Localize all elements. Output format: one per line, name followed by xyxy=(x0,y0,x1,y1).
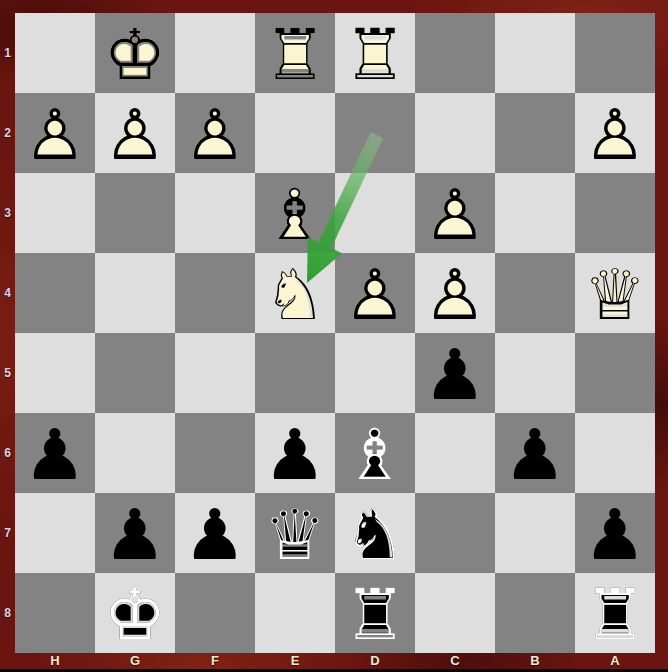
pawn-glyph-fill: ♟ xyxy=(95,93,175,173)
pawn-glyph-fill: ♟ xyxy=(15,93,95,173)
pawn-glyph-fill: ♟ xyxy=(575,493,655,573)
square-g1[interactable]: ♚♔ xyxy=(95,13,175,93)
piece-white-king[interactable]: ♚♔ xyxy=(95,13,175,93)
pawn-glyph-fill: ♟ xyxy=(415,173,495,253)
piece-white-pawn[interactable]: ♟♙ xyxy=(335,253,415,333)
pawn-glyph-outline: ♙ xyxy=(175,493,255,573)
square-f1[interactable] xyxy=(175,13,255,93)
rank-label-4: 4 xyxy=(0,286,15,300)
file-label-g: G xyxy=(95,653,175,669)
square-a5[interactable] xyxy=(575,333,655,413)
pawn-glyph-outline: ♙ xyxy=(415,253,495,333)
square-e4[interactable]: ♞♘ xyxy=(255,253,335,333)
piece-black-king[interactable]: ♚♔ xyxy=(95,573,175,653)
king-glyph-fill: ♚ xyxy=(95,13,175,93)
square-d7[interactable]: ♞♘ xyxy=(335,493,415,573)
rook-glyph-fill: ♜ xyxy=(335,573,415,653)
piece-white-pawn[interactable]: ♟♙ xyxy=(15,93,95,173)
rank-label-6: 6 xyxy=(0,446,15,460)
pawn-glyph-fill: ♟ xyxy=(175,493,255,573)
pawn-glyph-fill: ♟ xyxy=(415,253,495,333)
square-b6[interactable]: ♟♙ xyxy=(495,413,575,493)
knight-glyph-outline: ♘ xyxy=(335,493,415,573)
square-b1[interactable] xyxy=(495,13,575,93)
piece-white-bishop[interactable]: ♝♗ xyxy=(255,173,335,253)
square-h3[interactable] xyxy=(15,173,95,253)
bishop-glyph-outline: ♗ xyxy=(335,413,415,493)
square-c1[interactable] xyxy=(415,13,495,93)
rank-label-5: 5 xyxy=(0,366,15,380)
square-g7[interactable]: ♟♙ xyxy=(95,493,175,573)
pawn-glyph-outline: ♙ xyxy=(415,173,495,253)
queen-glyph-outline: ♕ xyxy=(255,493,335,573)
bishop-glyph-outline: ♗ xyxy=(255,173,335,253)
square-f6[interactable] xyxy=(175,413,255,493)
rank-label-1: 1 xyxy=(0,46,15,60)
pawn-glyph-fill: ♟ xyxy=(255,413,335,493)
pawn-glyph-outline: ♙ xyxy=(415,333,495,413)
piece-black-pawn[interactable]: ♟♙ xyxy=(15,413,95,493)
file-label-d: D xyxy=(335,653,415,669)
square-h4[interactable] xyxy=(15,253,95,333)
bishop-glyph-fill: ♝ xyxy=(335,413,415,493)
piece-black-pawn[interactable]: ♟♙ xyxy=(95,493,175,573)
pawn-glyph-outline: ♙ xyxy=(575,493,655,573)
piece-black-rook[interactable]: ♜♖ xyxy=(335,573,415,653)
chess-board[interactable]: ♚♔♜♖♜♖♟♙♟♙♟♙♟♙♝♗♟♙♞♘♟♙♟♙♛♕♟♙♟♙♟♙♝♗♟♙♟♙♟♙… xyxy=(15,13,655,653)
file-label-a: A xyxy=(575,653,655,669)
square-d5[interactable] xyxy=(335,333,415,413)
piece-black-bishop[interactable]: ♝♗ xyxy=(335,413,415,493)
piece-white-pawn[interactable]: ♟♙ xyxy=(95,93,175,173)
piece-white-pawn[interactable]: ♟♙ xyxy=(415,173,495,253)
piece-white-pawn[interactable]: ♟♙ xyxy=(175,93,255,173)
square-a7[interactable]: ♟♙ xyxy=(575,493,655,573)
king-glyph-outline: ♔ xyxy=(95,13,175,93)
rook-glyph-outline: ♖ xyxy=(335,573,415,653)
file-label-h: H xyxy=(15,653,95,669)
pawn-glyph-outline: ♙ xyxy=(95,493,175,573)
square-g4[interactable] xyxy=(95,253,175,333)
square-a1[interactable] xyxy=(575,13,655,93)
pawn-glyph-fill: ♟ xyxy=(495,413,575,493)
rank-label-7: 7 xyxy=(0,526,15,540)
square-b2[interactable] xyxy=(495,93,575,173)
piece-white-pawn[interactable]: ♟♙ xyxy=(575,93,655,173)
square-g6[interactable] xyxy=(95,413,175,493)
square-g3[interactable] xyxy=(95,173,175,253)
pawn-glyph-outline: ♙ xyxy=(95,93,175,173)
pawn-glyph-fill: ♟ xyxy=(335,253,415,333)
pawn-glyph-outline: ♙ xyxy=(335,253,415,333)
pawn-glyph-outline: ♙ xyxy=(175,93,255,173)
file-label-e: E xyxy=(255,653,335,669)
square-c4[interactable]: ♟♙ xyxy=(415,253,495,333)
square-e3[interactable]: ♝♗ xyxy=(255,173,335,253)
queen-glyph-fill: ♛ xyxy=(575,253,655,333)
square-f7[interactable]: ♟♙ xyxy=(175,493,255,573)
square-a3[interactable] xyxy=(575,173,655,253)
square-h2[interactable]: ♟♙ xyxy=(15,93,95,173)
piece-black-rook[interactable]: ♜♖ xyxy=(575,573,655,653)
square-c8[interactable] xyxy=(415,573,495,653)
square-a4[interactable]: ♛♕ xyxy=(575,253,655,333)
piece-black-pawn[interactable]: ♟♙ xyxy=(495,413,575,493)
knight-glyph-outline: ♘ xyxy=(255,253,335,333)
square-h8[interactable] xyxy=(15,573,95,653)
rank-label-3: 3 xyxy=(0,206,15,220)
square-g2[interactable]: ♟♙ xyxy=(95,93,175,173)
queen-glyph-outline: ♕ xyxy=(575,253,655,333)
square-a8[interactable]: ♜♖ xyxy=(575,573,655,653)
rook-glyph-outline: ♖ xyxy=(575,573,655,653)
piece-white-pawn[interactable]: ♟♙ xyxy=(415,253,495,333)
bishop-glyph-fill: ♝ xyxy=(255,173,335,253)
king-glyph-outline: ♔ xyxy=(95,573,175,653)
square-d4[interactable]: ♟♙ xyxy=(335,253,415,333)
square-d2[interactable] xyxy=(335,93,415,173)
square-d6[interactable]: ♝♗ xyxy=(335,413,415,493)
piece-white-queen[interactable]: ♛♕ xyxy=(575,253,655,333)
square-c5[interactable]: ♟♙ xyxy=(415,333,495,413)
square-d8[interactable]: ♜♖ xyxy=(335,573,415,653)
file-label-b: B xyxy=(495,653,575,669)
piece-white-knight[interactable]: ♞♘ xyxy=(255,253,335,333)
pawn-glyph-fill: ♟ xyxy=(175,93,255,173)
square-a6[interactable] xyxy=(575,413,655,493)
square-c7[interactable] xyxy=(415,493,495,573)
square-b3[interactable] xyxy=(495,173,575,253)
square-h5[interactable] xyxy=(15,333,95,413)
square-f4[interactable] xyxy=(175,253,255,333)
square-h7[interactable] xyxy=(15,493,95,573)
piece-white-rook[interactable]: ♜♖ xyxy=(255,13,335,93)
square-d3[interactable] xyxy=(335,173,415,253)
file-label-f: F xyxy=(175,653,255,669)
square-f8[interactable] xyxy=(175,573,255,653)
pawn-glyph-fill: ♟ xyxy=(415,333,495,413)
pawn-glyph-outline: ♙ xyxy=(255,413,335,493)
file-label-c: C xyxy=(415,653,495,669)
knight-glyph-fill: ♞ xyxy=(335,493,415,573)
square-e8[interactable] xyxy=(255,573,335,653)
rook-glyph-outline: ♖ xyxy=(255,13,335,93)
knight-glyph-fill: ♞ xyxy=(255,253,335,333)
king-glyph-fill: ♚ xyxy=(95,573,175,653)
square-f3[interactable] xyxy=(175,173,255,253)
square-f2[interactable]: ♟♙ xyxy=(175,93,255,173)
piece-black-pawn[interactable]: ♟♙ xyxy=(415,333,495,413)
pawn-glyph-fill: ♟ xyxy=(575,93,655,173)
piece-black-pawn[interactable]: ♟♙ xyxy=(255,413,335,493)
rook-glyph-outline: ♖ xyxy=(335,13,415,93)
square-b7[interactable] xyxy=(495,493,575,573)
rank-label-8: 8 xyxy=(0,606,15,620)
square-c2[interactable] xyxy=(415,93,495,173)
square-d1[interactable]: ♜♖ xyxy=(335,13,415,93)
square-b5[interactable] xyxy=(495,333,575,413)
square-f5[interactable] xyxy=(175,333,255,413)
square-h6[interactable]: ♟♙ xyxy=(15,413,95,493)
square-h1[interactable] xyxy=(15,13,95,93)
piece-black-knight[interactable]: ♞♘ xyxy=(335,493,415,573)
piece-black-pawn[interactable]: ♟♙ xyxy=(175,493,255,573)
square-e2[interactable] xyxy=(255,93,335,173)
square-e7[interactable]: ♛♕ xyxy=(255,493,335,573)
square-e5[interactable] xyxy=(255,333,335,413)
rook-glyph-fill: ♜ xyxy=(255,13,335,93)
pawn-glyph-fill: ♟ xyxy=(95,493,175,573)
piece-black-queen[interactable]: ♛♕ xyxy=(255,493,335,573)
queen-glyph-fill: ♛ xyxy=(255,493,335,573)
square-g5[interactable] xyxy=(95,333,175,413)
square-b4[interactable] xyxy=(495,253,575,333)
square-b8[interactable] xyxy=(495,573,575,653)
square-e6[interactable]: ♟♙ xyxy=(255,413,335,493)
square-c3[interactable]: ♟♙ xyxy=(415,173,495,253)
rank-label-2: 2 xyxy=(0,126,15,140)
piece-black-pawn[interactable]: ♟♙ xyxy=(575,493,655,573)
pawn-glyph-outline: ♙ xyxy=(15,93,95,173)
pawn-glyph-outline: ♙ xyxy=(495,413,575,493)
rook-glyph-fill: ♜ xyxy=(335,13,415,93)
square-g8[interactable]: ♚♔ xyxy=(95,573,175,653)
pawn-glyph-outline: ♙ xyxy=(15,413,95,493)
pawn-glyph-fill: ♟ xyxy=(15,413,95,493)
board-frame: 12345678 HGFEDCBA ♚♔♜♖♜♖♟♙♟♙♟♙♟♙♝♗♟♙♞♘♟♙… xyxy=(0,0,668,672)
rook-glyph-fill: ♜ xyxy=(575,573,655,653)
square-a2[interactable]: ♟♙ xyxy=(575,93,655,173)
square-e1[interactable]: ♜♖ xyxy=(255,13,335,93)
pawn-glyph-outline: ♙ xyxy=(575,93,655,173)
square-c6[interactable] xyxy=(415,413,495,493)
piece-white-rook[interactable]: ♜♖ xyxy=(335,13,415,93)
